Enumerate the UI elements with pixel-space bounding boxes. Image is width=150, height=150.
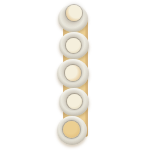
light-1-bulb <box>66 5 82 21</box>
light-2-bulb <box>66 38 81 53</box>
light-4-bulb <box>67 94 82 109</box>
light-3-bulb <box>65 65 81 81</box>
product-photo <box>0 0 150 150</box>
light-5-bulb <box>63 121 80 138</box>
